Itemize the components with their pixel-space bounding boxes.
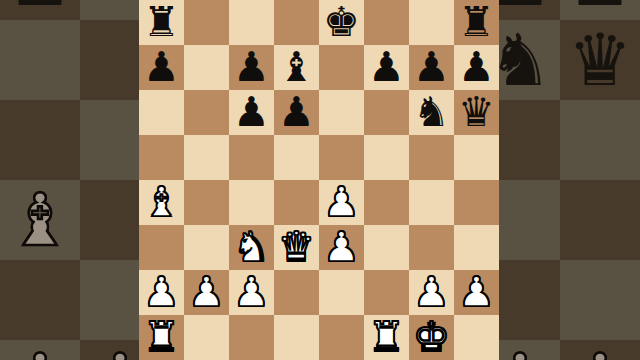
square-g6[interactable]: ♞	[409, 90, 454, 135]
white-rook[interactable]: ♜	[368, 317, 405, 358]
black-rook[interactable]: ♜	[458, 2, 495, 43]
square-h6[interactable]: ♛	[454, 90, 499, 135]
square-h7[interactable]: ♟	[454, 45, 499, 90]
square-b7[interactable]	[184, 45, 229, 90]
square-f7[interactable]: ♟	[364, 45, 409, 90]
black-knight[interactable]: ♞	[413, 92, 450, 133]
bg-white-pawn: ♟	[568, 344, 633, 360]
square-a7[interactable]: ♟	[139, 45, 184, 90]
square-b4[interactable]	[184, 180, 229, 225]
square-b2[interactable]: ♟	[184, 270, 229, 315]
white-pawn[interactable]: ♟	[188, 272, 225, 313]
square-d1[interactable]	[274, 315, 319, 360]
square-c4[interactable]	[229, 180, 274, 225]
square-g2[interactable]: ♟	[409, 270, 454, 315]
black-pawn[interactable]: ♟	[143, 47, 180, 88]
square-d3[interactable]: ♛	[274, 225, 319, 270]
square-h2[interactable]: ♟	[454, 270, 499, 315]
bg-square-a6	[0, 20, 80, 100]
square-b5[interactable]	[184, 135, 229, 180]
square-c2[interactable]: ♟	[229, 270, 274, 315]
square-a3[interactable]	[139, 225, 184, 270]
black-queen[interactable]: ♛	[458, 92, 495, 133]
square-b1[interactable]	[184, 315, 229, 360]
square-c6[interactable]: ♟	[229, 90, 274, 135]
bg-square-h4	[560, 180, 640, 260]
square-h3[interactable]	[454, 225, 499, 270]
square-c8[interactable]	[229, 0, 274, 45]
square-a2[interactable]: ♟	[139, 270, 184, 315]
bg-square-h2: ♟	[560, 340, 640, 360]
bg-black-queen: ♛	[568, 24, 633, 96]
bg-white-bishop: ♝	[8, 184, 73, 256]
square-e8[interactable]: ♚	[319, 0, 364, 45]
white-pawn[interactable]: ♟	[458, 272, 495, 313]
square-d4[interactable]	[274, 180, 319, 225]
white-queen[interactable]: ♛	[278, 227, 315, 268]
bg-square-h5	[560, 100, 640, 180]
square-b6[interactable]	[184, 90, 229, 135]
square-h5[interactable]	[454, 135, 499, 180]
black-pawn[interactable]: ♟	[413, 47, 450, 88]
white-bishop[interactable]: ♝	[143, 182, 180, 223]
bg-square-a5	[0, 100, 80, 180]
white-pawn[interactable]: ♟	[323, 227, 360, 268]
square-g3[interactable]	[409, 225, 454, 270]
white-rook[interactable]: ♜	[143, 317, 180, 358]
square-g1[interactable]: ♚	[409, 315, 454, 360]
bg-black-pawn: ♟	[8, 0, 73, 16]
black-pawn[interactable]: ♟	[233, 47, 270, 88]
bg-square-a4: ♝	[0, 180, 80, 260]
square-e1[interactable]	[319, 315, 364, 360]
square-a6[interactable]	[139, 90, 184, 135]
black-rook[interactable]: ♜	[143, 2, 180, 43]
square-d7[interactable]: ♝	[274, 45, 319, 90]
bg-square-a7: ♟	[0, 0, 80, 20]
square-a8[interactable]: ♜	[139, 0, 184, 45]
square-f1[interactable]: ♜	[364, 315, 409, 360]
square-b8[interactable]	[184, 0, 229, 45]
bg-square-h6: ♛	[560, 20, 640, 100]
bg-white-pawn: ♟	[8, 344, 73, 360]
black-pawn[interactable]: ♟	[458, 47, 495, 88]
bg-black-pawn: ♟	[568, 0, 633, 16]
white-king[interactable]: ♚	[413, 317, 450, 358]
square-d8[interactable]	[274, 0, 319, 45]
square-d6[interactable]: ♟	[274, 90, 319, 135]
bg-square-a2: ♟	[0, 340, 80, 360]
square-f2[interactable]	[364, 270, 409, 315]
square-e2[interactable]	[319, 270, 364, 315]
square-a5[interactable]	[139, 135, 184, 180]
square-h8[interactable]: ♜	[454, 0, 499, 45]
black-pawn[interactable]: ♟	[233, 92, 270, 133]
square-c5[interactable]	[229, 135, 274, 180]
white-knight[interactable]: ♞	[233, 227, 270, 268]
square-e4[interactable]: ♟	[319, 180, 364, 225]
square-e7[interactable]	[319, 45, 364, 90]
square-h4[interactable]	[454, 180, 499, 225]
square-e3[interactable]: ♟	[319, 225, 364, 270]
square-c1[interactable]	[229, 315, 274, 360]
square-g5[interactable]	[409, 135, 454, 180]
square-b3[interactable]	[184, 225, 229, 270]
square-f4[interactable]	[364, 180, 409, 225]
square-f6[interactable]	[364, 90, 409, 135]
square-e5[interactable]	[319, 135, 364, 180]
white-pawn[interactable]: ♟	[323, 182, 360, 223]
chess-board[interactable]: ♜♚♜♟♟♝♟♟♟♟♟♞♛♝♟♞♛♟♟♟♟♟♟♜♜♚	[139, 0, 499, 360]
bg-square-h3	[560, 260, 640, 340]
white-pawn[interactable]: ♟	[413, 272, 450, 313]
square-d5[interactable]	[274, 135, 319, 180]
square-f8[interactable]	[364, 0, 409, 45]
square-g7[interactable]: ♟	[409, 45, 454, 90]
square-g8[interactable]	[409, 0, 454, 45]
square-g4[interactable]	[409, 180, 454, 225]
black-pawn[interactable]: ♟	[368, 47, 405, 88]
black-king[interactable]: ♚	[323, 2, 360, 43]
video-frame: ♜♚♜♟♟♝♟♟♟♟♟♞♛♝♟♞♛♟♟♟♟♟♟♜♜♚ ♜♚♜♟♟♝♟♟♟♟♟♞♛…	[0, 0, 640, 360]
bg-square-a3	[0, 260, 80, 340]
square-h1[interactable]	[454, 315, 499, 360]
black-bishop[interactable]: ♝	[278, 47, 315, 88]
square-a1[interactable]: ♜	[139, 315, 184, 360]
square-e6[interactable]	[319, 90, 364, 135]
square-d2[interactable]	[274, 270, 319, 315]
square-c3[interactable]: ♞	[229, 225, 274, 270]
white-pawn[interactable]: ♟	[233, 272, 270, 313]
square-a4[interactable]: ♝	[139, 180, 184, 225]
square-f3[interactable]	[364, 225, 409, 270]
bg-square-h7: ♟	[560, 0, 640, 20]
square-c7[interactable]: ♟	[229, 45, 274, 90]
black-pawn[interactable]: ♟	[278, 92, 315, 133]
square-f5[interactable]	[364, 135, 409, 180]
white-pawn[interactable]: ♟	[143, 272, 180, 313]
